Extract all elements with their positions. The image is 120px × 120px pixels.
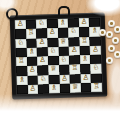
- square-d3[interactable]: ♕: [48, 65, 59, 75]
- photo-fade-bottom: [0, 94, 120, 120]
- gold-piece-glyph: ♙: [17, 21, 23, 28]
- square-d1[interactable]: ♗: [49, 84, 60, 94]
- gold-piece-glyph: ♖: [18, 58, 24, 65]
- gold-piece-glyph: ♗: [51, 84, 57, 91]
- square-e6[interactable]: ♕: [58, 37, 69, 47]
- gold-piece-glyph: ♘: [61, 56, 67, 63]
- gold-piece-glyph: ♙: [92, 46, 98, 53]
- gold-piece-glyph: ♙: [29, 67, 35, 74]
- gold-piece-glyph: ♙: [39, 39, 45, 46]
- gold-piece-glyph: ♕: [72, 84, 78, 91]
- square-c6[interactable]: ♙: [37, 38, 48, 48]
- gold-piece-glyph: ♙: [81, 19, 87, 26]
- gold-piece-glyph: ♖: [81, 37, 87, 44]
- gold-piece-glyph: ♗: [29, 48, 35, 55]
- square-g4[interactable]: ♗: [80, 55, 91, 65]
- square-d7[interactable]: ♙: [47, 28, 58, 38]
- square-h1[interactable]: ♖: [91, 82, 102, 92]
- gold-piece-glyph: ♙: [71, 47, 77, 54]
- square-c2[interactable]: ♘: [38, 75, 49, 85]
- square-b7[interactable]: ♖: [26, 29, 37, 39]
- square-h3[interactable]: ♘: [91, 64, 102, 74]
- gold-piece-glyph: ♘: [18, 39, 24, 46]
- square-e1[interactable]: [59, 83, 70, 93]
- gold-piece-glyph: ♗: [92, 28, 98, 35]
- square-g8[interactable]: ♙: [79, 18, 90, 28]
- board-grid: ♙♘♗♙♖♙♘♗♘♙♕♖♗♘♙♙♖♙♘♗♙♕♖♘♗♘♙♙♙♗♕♖: [14, 17, 103, 96]
- gold-piece-glyph: ♖: [93, 83, 99, 90]
- loose-disc-piece-8[interactable]: [99, 29, 106, 36]
- gold-piece-glyph: ♙: [49, 29, 55, 36]
- square-a4[interactable]: ♖: [16, 57, 27, 67]
- gold-piece-glyph: ♘: [40, 76, 46, 83]
- gold-piece-glyph: ♗: [60, 19, 66, 26]
- gold-piece-glyph: ♖: [28, 30, 34, 37]
- gold-piece-glyph: ♘: [38, 20, 44, 27]
- loose-disc-piece-2[interactable]: [114, 26, 120, 33]
- square-e8[interactable]: ♗: [57, 19, 68, 29]
- gold-piece-glyph: ♕: [50, 66, 56, 73]
- loose-disc-piece-1[interactable]: [108, 20, 115, 27]
- square-f1[interactable]: ♕: [70, 83, 81, 93]
- gold-piece-glyph: ♙: [39, 57, 45, 64]
- hanging-hook-icon: [58, 6, 70, 16]
- square-a1[interactable]: [17, 85, 28, 95]
- gold-piece-glyph: ♗: [82, 56, 88, 63]
- square-f7[interactable]: ♘: [68, 28, 79, 38]
- square-f3[interactable]: ♖: [69, 65, 80, 75]
- square-g6[interactable]: ♖: [79, 37, 90, 47]
- gold-piece-glyph: ♘: [93, 65, 99, 72]
- square-a2[interactable]: ♗: [17, 75, 28, 85]
- square-e2[interactable]: ♙: [59, 74, 70, 84]
- square-a8[interactable]: ♙: [15, 20, 26, 30]
- photo-scene: ♙♘♗♙♖♙♘♗♘♙♕♖♗♘♙♙♖♙♘♗♙♕♖♘♗♘♙♙♙♗♕♖: [0, 0, 120, 120]
- gold-piece-glyph: ♖: [72, 65, 78, 72]
- square-f5[interactable]: ♙: [69, 46, 80, 56]
- square-h5[interactable]: ♙: [90, 45, 101, 55]
- square-g1[interactable]: [81, 83, 92, 93]
- square-b3[interactable]: ♙: [27, 66, 38, 76]
- square-b1[interactable]: ♙: [28, 84, 39, 94]
- square-e4[interactable]: ♘: [59, 56, 70, 66]
- gold-piece-glyph: ♘: [70, 28, 76, 35]
- loose-disc-piece-3[interactable]: [106, 31, 113, 38]
- loose-disc-piece-4[interactable]: [112, 37, 119, 44]
- gold-piece-glyph: ♕: [60, 38, 66, 45]
- square-c4[interactable]: ♙: [37, 56, 48, 66]
- gold-piece-glyph: ♙: [61, 75, 67, 82]
- square-d5[interactable]: ♘: [48, 47, 59, 57]
- loose-disc-piece-5[interactable]: [108, 45, 115, 52]
- square-c8[interactable]: ♘: [36, 19, 47, 29]
- square-a6[interactable]: ♘: [15, 39, 26, 49]
- photo-fade-top-left: [0, 0, 18, 12]
- photo-fade-top-right: [86, 0, 120, 16]
- gold-piece-glyph: ♘: [50, 47, 56, 54]
- square-b5[interactable]: ♗: [26, 47, 37, 57]
- gold-piece-glyph: ♙: [30, 85, 36, 92]
- square-g2[interactable]: ♙: [80, 73, 91, 83]
- gold-piece-glyph: ♗: [19, 76, 25, 83]
- square-c1[interactable]: [38, 84, 49, 94]
- chess-board: ♙♘♗♙♖♙♘♗♘♙♕♖♗♘♙♙♖♙♘♗♙♕♖♘♗♘♙♙♙♗♕♖: [10, 13, 108, 100]
- gold-piece-glyph: ♙: [83, 74, 89, 81]
